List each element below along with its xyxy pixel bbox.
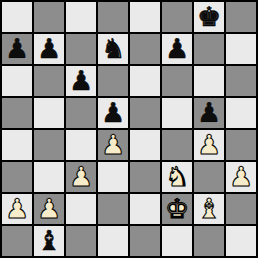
- square-h3[interactable]: ♟: [226, 162, 256, 192]
- square-a5[interactable]: [2, 98, 32, 128]
- square-a4[interactable]: [2, 130, 32, 160]
- square-b5[interactable]: [34, 98, 64, 128]
- square-b1[interactable]: ♝: [34, 226, 64, 256]
- black-pawn: ♟: [197, 98, 221, 128]
- square-g3[interactable]: [194, 162, 224, 192]
- square-g2[interactable]: ♝: [194, 194, 224, 224]
- square-d6[interactable]: [98, 66, 128, 96]
- square-f1[interactable]: [162, 226, 192, 256]
- black-pawn: ♟: [5, 34, 29, 64]
- white-pawn: ♟: [69, 162, 93, 192]
- square-a1[interactable]: [2, 226, 32, 256]
- square-c3[interactable]: ♟: [66, 162, 96, 192]
- square-b4[interactable]: [34, 130, 64, 160]
- square-d2[interactable]: [98, 194, 128, 224]
- square-f6[interactable]: [162, 66, 192, 96]
- square-f7[interactable]: ♟: [162, 34, 192, 64]
- white-pawn: ♟: [229, 162, 253, 192]
- square-a7[interactable]: ♟: [2, 34, 32, 64]
- black-pawn: ♟: [69, 66, 93, 96]
- square-c6[interactable]: ♟: [66, 66, 96, 96]
- square-c7[interactable]: [66, 34, 96, 64]
- square-f4[interactable]: [162, 130, 192, 160]
- square-c1[interactable]: [66, 226, 96, 256]
- black-pawn: ♟: [37, 34, 61, 64]
- white-pawn: ♟: [101, 130, 125, 160]
- black-king: ♚: [197, 2, 221, 32]
- square-e4[interactable]: [130, 130, 160, 160]
- square-g6[interactable]: [194, 66, 224, 96]
- square-h1[interactable]: [226, 226, 256, 256]
- square-g7[interactable]: [194, 34, 224, 64]
- square-d4[interactable]: ♟: [98, 130, 128, 160]
- square-b6[interactable]: [34, 66, 64, 96]
- black-pawn: ♟: [101, 98, 125, 128]
- square-a8[interactable]: [2, 2, 32, 32]
- square-b2[interactable]: ♟: [34, 194, 64, 224]
- square-h6[interactable]: [226, 66, 256, 96]
- black-pawn: ♟: [165, 34, 189, 64]
- white-pawn: ♟: [37, 194, 61, 224]
- square-a3[interactable]: [2, 162, 32, 192]
- square-c2[interactable]: [66, 194, 96, 224]
- square-d5[interactable]: ♟: [98, 98, 128, 128]
- square-a6[interactable]: [2, 66, 32, 96]
- square-e2[interactable]: [130, 194, 160, 224]
- square-e3[interactable]: [130, 162, 160, 192]
- square-e6[interactable]: [130, 66, 160, 96]
- chess-diagram: ♚♟♟♞♟♟♟♟♟♟♟♞♟♟♟♚♝♝: [0, 0, 258, 258]
- square-f3[interactable]: ♞: [162, 162, 192, 192]
- square-g1[interactable]: [194, 226, 224, 256]
- square-h2[interactable]: [226, 194, 256, 224]
- square-h4[interactable]: [226, 130, 256, 160]
- white-pawn: ♟: [5, 194, 29, 224]
- square-d7[interactable]: ♞: [98, 34, 128, 64]
- white-knight: ♞: [165, 162, 189, 192]
- square-h7[interactable]: [226, 34, 256, 64]
- square-h5[interactable]: [226, 98, 256, 128]
- square-f5[interactable]: [162, 98, 192, 128]
- square-c5[interactable]: [66, 98, 96, 128]
- square-g4[interactable]: ♟: [194, 130, 224, 160]
- white-pawn: ♟: [197, 130, 221, 160]
- chess-board: ♚♟♟♞♟♟♟♟♟♟♟♞♟♟♟♚♝♝: [0, 0, 258, 258]
- square-d8[interactable]: [98, 2, 128, 32]
- square-g5[interactable]: ♟: [194, 98, 224, 128]
- square-e1[interactable]: [130, 226, 160, 256]
- square-e8[interactable]: [130, 2, 160, 32]
- black-bishop: ♝: [37, 226, 61, 256]
- square-c4[interactable]: [66, 130, 96, 160]
- square-h8[interactable]: [226, 2, 256, 32]
- square-g8[interactable]: ♚: [194, 2, 224, 32]
- square-a2[interactable]: ♟: [2, 194, 32, 224]
- square-b3[interactable]: [34, 162, 64, 192]
- square-f8[interactable]: [162, 2, 192, 32]
- square-b8[interactable]: [34, 2, 64, 32]
- square-d3[interactable]: [98, 162, 128, 192]
- square-e7[interactable]: [130, 34, 160, 64]
- square-c8[interactable]: [66, 2, 96, 32]
- square-f2[interactable]: ♚: [162, 194, 192, 224]
- square-d1[interactable]: [98, 226, 128, 256]
- black-knight: ♞: [101, 34, 125, 64]
- white-king: ♚: [165, 194, 189, 224]
- square-b7[interactable]: ♟: [34, 34, 64, 64]
- square-e5[interactable]: [130, 98, 160, 128]
- white-bishop: ♝: [197, 194, 221, 224]
